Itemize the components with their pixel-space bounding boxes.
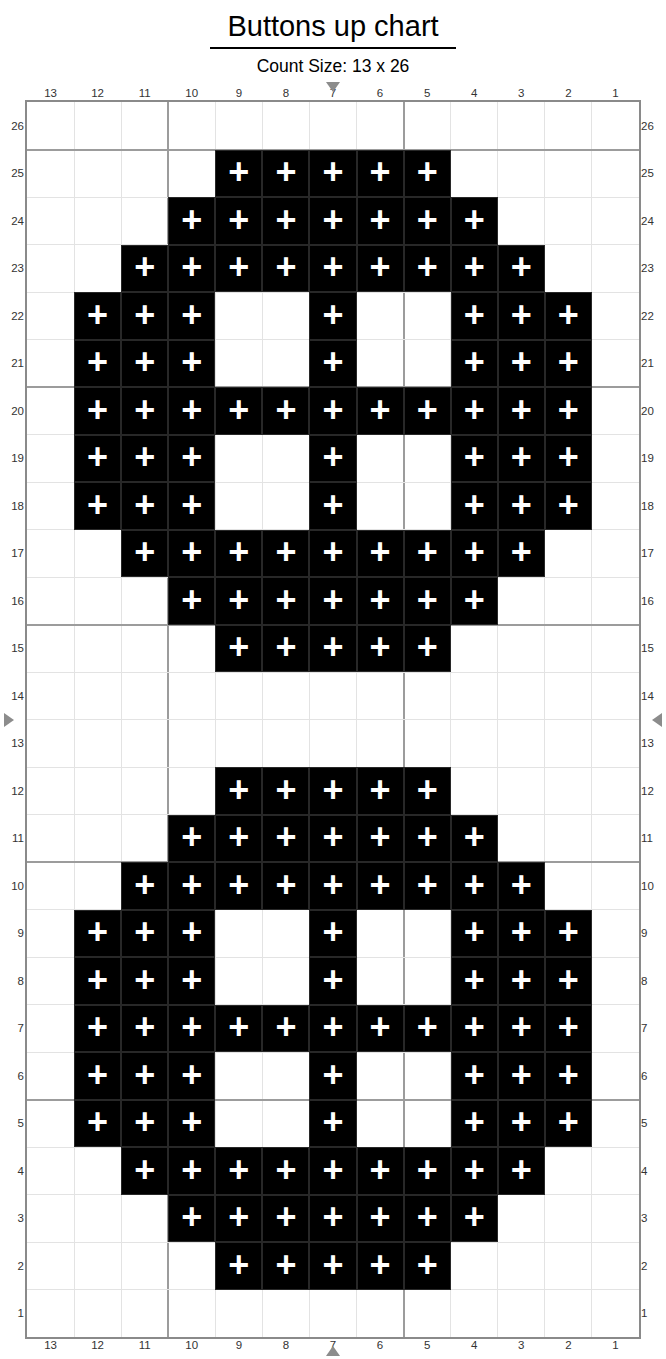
empty-cell-c9-r18 [215,482,262,530]
stitch-cell-c10-r11: + [168,815,215,863]
stitch-cell-c12-r20: + [74,387,121,435]
stitch-cell-c11-r21: + [121,340,168,388]
empty-cell-c6-r13 [357,720,404,768]
empty-cell-c12-r17 [74,530,121,578]
col-label-bottom-9: 9 [215,1338,262,1352]
empty-cell-c12-r14 [74,672,121,720]
empty-cell-c6-r8 [357,957,404,1005]
empty-cell-c4-r1 [451,1290,498,1338]
empty-cell-c12-r1 [74,1290,121,1338]
stitch-symbol: + [228,629,249,665]
row-label-right-15: 15 [641,625,664,673]
stitch-symbol: + [417,582,438,618]
stitch-cell-c7-r16: + [309,577,356,625]
stitch-symbol: + [370,582,391,618]
stitch-chart-grid: ++++++++++++++++++++++++++++++++++++++++… [25,100,641,1339]
stitch-symbol: + [417,202,438,238]
stitch-symbol: + [558,1104,579,1140]
empty-cell-c6-r6 [357,1052,404,1100]
stitch-cell-c2-r8: + [545,957,592,1005]
stitch-cell-c4-r9: + [451,910,498,958]
stitch-symbol: + [87,344,108,380]
stitch-symbol: + [87,297,108,333]
col-label-top-12: 12 [74,86,121,100]
stitch-cell-c7-r2: + [309,1242,356,1290]
empty-cell-c1-r8 [592,957,639,1005]
empty-cell-c1-r17 [592,530,639,578]
col-label-top-9: 9 [215,86,262,100]
stitch-symbol: + [370,154,391,190]
col-label-top-13: 13 [27,86,74,100]
empty-cell-c5-r9 [404,910,451,958]
stitch-symbol: + [181,297,202,333]
row-label-right-7: 7 [641,1005,664,1053]
stitch-symbol: + [370,534,391,570]
stitch-symbol: + [370,202,391,238]
empty-cell-c1-r11 [592,815,639,863]
stitch-symbol: + [464,202,485,238]
stitch-symbol: + [370,249,391,285]
col-label-top-4: 4 [451,86,498,100]
stitch-cell-c4-r10: + [451,862,498,910]
stitch-cell-c5-r15: + [404,625,451,673]
empty-cell-c3-r26 [498,102,545,150]
stitch-cell-c8-r16: + [262,577,309,625]
stitch-cell-c11-r6: + [121,1052,168,1100]
col-label-bottom-2: 2 [545,1338,592,1352]
stitch-symbol: + [275,629,296,665]
stitch-cell-c2-r5: + [545,1100,592,1148]
stitch-cell-c9-r20: + [215,387,262,435]
row-label-left-1: 1 [1,1290,24,1338]
stitch-cell-c11-r19: + [121,435,168,483]
stitch-symbol: + [370,867,391,903]
stitch-cell-c3-r21: + [498,340,545,388]
empty-cell-c8-r19 [262,435,309,483]
empty-cell-c10-r25 [168,150,215,198]
stitch-cell-c2-r21: + [545,340,592,388]
stitch-symbol: + [228,1247,249,1283]
empty-cell-c8-r1 [262,1290,309,1338]
row-label-left-6: 6 [1,1052,24,1100]
empty-cell-c10-r13 [168,720,215,768]
empty-cell-c13-r23 [27,245,74,293]
empty-cell-c8-r22 [262,292,309,340]
stitch-cell-c9-r17: + [215,530,262,578]
stitch-cell-c2-r19: + [545,435,592,483]
empty-cell-c9-r14 [215,672,262,720]
empty-cell-c11-r26 [121,102,168,150]
empty-cell-c4-r13 [451,720,498,768]
empty-cell-c2-r13 [545,720,592,768]
stitch-symbol: + [275,1009,296,1045]
stitch-symbol: + [228,1199,249,1235]
empty-cell-c4-r25 [451,150,498,198]
stitch-cell-c12-r7: + [74,1005,121,1053]
stitch-cell-c4-r22: + [451,292,498,340]
row-label-left-23: 23 [1,245,24,293]
page: Buttons up chart Count Size: 13 x 26 +++… [0,0,666,1359]
stitch-symbol: + [87,914,108,950]
stitch-cell-c11-r5: + [121,1100,168,1148]
stitch-symbol: + [134,914,155,950]
empty-cell-c1-r18 [592,482,639,530]
stitch-symbol: + [134,1152,155,1188]
stitch-cell-c3-r23: + [498,245,545,293]
stitch-cell-c6-r23: + [357,245,404,293]
empty-cell-c5-r22 [404,292,451,340]
empty-cell-c12-r25 [74,150,121,198]
stitch-cell-c11-r8: + [121,957,168,1005]
stitch-symbol: + [322,487,343,523]
stitch-cell-c12-r19: + [74,435,121,483]
stitch-cell-c3-r7: + [498,1005,545,1053]
stitch-symbol: + [464,487,485,523]
stitch-cell-c5-r4: + [404,1147,451,1195]
empty-cell-c13-r4 [27,1147,74,1195]
empty-cell-c8-r21 [262,340,309,388]
empty-cell-c5-r5 [404,1100,451,1148]
stitch-symbol: + [134,297,155,333]
stitch-symbol: + [275,534,296,570]
empty-cell-c1-r22 [592,292,639,340]
stitch-symbol: + [558,487,579,523]
empty-cell-c9-r13 [215,720,262,768]
row-label-right-4: 4 [641,1147,664,1195]
stitch-symbol: + [87,1104,108,1140]
empty-cell-c12-r16 [74,577,121,625]
empty-cell-c1-r24 [592,197,639,245]
stitch-cell-c7-r19: + [309,435,356,483]
empty-cell-c4-r14 [451,672,498,720]
row-label-left-21: 21 [1,340,24,388]
empty-cell-c13-r7 [27,1005,74,1053]
row-label-right-6: 6 [641,1052,664,1100]
stitch-symbol: + [275,1152,296,1188]
stitch-cell-c3-r6: + [498,1052,545,1100]
stitch-symbol: + [322,249,343,285]
stitch-cell-c10-r16: + [168,577,215,625]
empty-cell-c10-r2 [168,1242,215,1290]
stitch-symbol: + [322,1152,343,1188]
empty-cell-c1-r19 [592,435,639,483]
stitch-cell-c8-r20: + [262,387,309,435]
stitch-cell-c5-r20: + [404,387,451,435]
empty-cell-c12-r2 [74,1242,121,1290]
stitch-cell-c11-r20: + [121,387,168,435]
stitch-symbol: + [370,819,391,855]
stitch-symbol: + [275,1199,296,1235]
stitch-cell-c5-r3: + [404,1195,451,1243]
stitch-symbol: + [417,249,438,285]
stitch-symbol: + [322,202,343,238]
row-label-left-22: 22 [1,292,24,340]
stitch-symbol: + [558,439,579,475]
empty-cell-c1-r1 [592,1290,639,1338]
stitch-cell-c10-r4: + [168,1147,215,1195]
empty-cell-c11-r14 [121,672,168,720]
stitch-cell-c8-r15: + [262,625,309,673]
row-label-left-7: 7 [1,1005,24,1053]
empty-cell-c2-r15 [545,625,592,673]
stitch-symbol: + [558,297,579,333]
stitch-symbol: + [558,962,579,998]
stitch-cell-c4-r18: + [451,482,498,530]
stitch-symbol: + [275,1247,296,1283]
empty-cell-c2-r1 [545,1290,592,1338]
stitch-symbol: + [417,1152,438,1188]
empty-cell-c9-r22 [215,292,262,340]
col-label-bottom-1: 1 [592,1338,639,1352]
stitch-cell-c2-r9: + [545,910,592,958]
empty-cell-c10-r14 [168,672,215,720]
page-title-text: Buttons up chart [210,10,455,49]
stitch-cell-c4-r20: + [451,387,498,435]
stitch-cell-c3-r4: + [498,1147,545,1195]
stitch-symbol: + [370,1247,391,1283]
row-label-right-8: 8 [641,957,664,1005]
empty-cell-c10-r1 [168,1290,215,1338]
empty-cell-c2-r11 [545,815,592,863]
stitch-cell-c7-r11: + [309,815,356,863]
stitch-symbol: + [228,154,249,190]
stitch-cell-c3-r9: + [498,910,545,958]
empty-cell-c12-r3 [74,1195,121,1243]
stitch-symbol: + [464,1152,485,1188]
stitch-symbol: + [464,1199,485,1235]
empty-cell-c13-r5 [27,1100,74,1148]
row-label-right-25: 25 [641,150,664,198]
stitch-cell-c4-r21: + [451,340,498,388]
stitch-cell-c10-r23: + [168,245,215,293]
stitch-symbol: + [511,344,532,380]
stitch-cell-c7-r4: + [309,1147,356,1195]
stitch-symbol: + [322,772,343,808]
stitch-cell-c4-r7: + [451,1005,498,1053]
row-label-left-24: 24 [1,197,24,245]
stitch-symbol: + [181,1104,202,1140]
row-label-right-13: 13 [641,720,664,768]
empty-cell-c1-r12 [592,767,639,815]
empty-cell-c6-r1 [357,1290,404,1338]
empty-cell-c13-r11 [27,815,74,863]
empty-cell-c2-r3 [545,1195,592,1243]
row-label-right-24: 24 [641,197,664,245]
stitch-symbol: + [322,582,343,618]
empty-cell-c13-r13 [27,720,74,768]
stitch-cell-c6-r10: + [357,862,404,910]
empty-cell-c8-r18 [262,482,309,530]
row-label-left-16: 16 [1,577,24,625]
stitch-symbol: + [181,344,202,380]
stitch-symbol: + [464,962,485,998]
empty-cell-c5-r13 [404,720,451,768]
empty-cell-c11-r24 [121,197,168,245]
stitch-cell-c10-r20: + [168,387,215,435]
stitch-cell-c9-r3: + [215,1195,262,1243]
stitch-cell-c7-r17: + [309,530,356,578]
stitch-cell-c7-r7: + [309,1005,356,1053]
empty-cell-c3-r25 [498,150,545,198]
empty-cell-c13-r17 [27,530,74,578]
stitch-cell-c4-r16: + [451,577,498,625]
row-label-right-19: 19 [641,435,664,483]
stitch-cell-c2-r22: + [545,292,592,340]
empty-cell-c11-r25 [121,150,168,198]
stitch-symbol: + [464,249,485,285]
row-label-left-25: 25 [1,150,24,198]
col-label-top-11: 11 [121,86,168,100]
empty-cell-c11-r1 [121,1290,168,1338]
stitch-symbol: + [275,202,296,238]
stitch-symbol: + [464,867,485,903]
stitch-symbol: + [322,1009,343,1045]
stitch-cell-c3-r8: + [498,957,545,1005]
stitch-cell-c9-r24: + [215,197,262,245]
stitch-symbol: + [322,439,343,475]
empty-cell-c3-r1 [498,1290,545,1338]
stitch-cell-c3-r10: + [498,862,545,910]
stitch-symbol: + [181,819,202,855]
empty-cell-c13-r15 [27,625,74,673]
col-label-top-1: 1 [592,86,639,100]
empty-cell-c13-r21 [27,340,74,388]
stitch-cell-c7-r21: + [309,340,356,388]
stitch-symbol: + [181,439,202,475]
stitch-symbol: + [511,914,532,950]
stitch-symbol: + [464,1104,485,1140]
stitch-cell-c5-r16: + [404,577,451,625]
empty-cell-c5-r18 [404,482,451,530]
stitch-symbol: + [134,1057,155,1093]
stitch-cell-c7-r22: + [309,292,356,340]
stitch-cell-c6-r7: + [357,1005,404,1053]
empty-cell-c12-r12 [74,767,121,815]
empty-cell-c7-r1 [309,1290,356,1338]
stitch-cell-c2-r20: + [545,387,592,435]
stitch-cell-c9-r11: + [215,815,262,863]
stitch-cell-c10-r7: + [168,1005,215,1053]
stitch-symbol: + [322,534,343,570]
stitch-symbol: + [181,392,202,428]
stitch-cell-c8-r11: + [262,815,309,863]
empty-cell-c12-r15 [74,625,121,673]
stitch-cell-c12-r21: + [74,340,121,388]
row-label-left-8: 8 [1,957,24,1005]
stitch-cell-c7-r8: + [309,957,356,1005]
empty-cell-c7-r14 [309,672,356,720]
stitch-cell-c3-r18: + [498,482,545,530]
stitch-cell-c5-r25: + [404,150,451,198]
stitch-symbol: + [464,297,485,333]
row-label-left-11: 11 [1,815,24,863]
stitch-symbol: + [370,1152,391,1188]
row-label-right-22: 22 [641,292,664,340]
stitch-symbol: + [417,867,438,903]
stitch-symbol: + [134,439,155,475]
stitch-cell-c10-r6: + [168,1052,215,1100]
empty-cell-c1-r15 [592,625,639,673]
empty-cell-c13-r2 [27,1242,74,1290]
stitch-symbol: + [181,914,202,950]
stitch-symbol: + [464,914,485,950]
empty-cell-c13-r22 [27,292,74,340]
center-row-marker-right-icon [652,713,662,727]
stitch-cell-c6-r24: + [357,197,404,245]
center-column-marker-top-icon [326,82,340,92]
empty-cell-c5-r26 [404,102,451,150]
col-label-bottom-13: 13 [27,1338,74,1352]
empty-cell-c2-r4 [545,1147,592,1195]
empty-cell-c4-r15 [451,625,498,673]
row-label-right-2: 2 [641,1242,664,1290]
stitch-cell-c8-r3: + [262,1195,309,1243]
empty-cell-c12-r24 [74,197,121,245]
stitch-symbol: + [275,867,296,903]
stitch-symbol: + [322,914,343,950]
stitch-symbol: + [87,962,108,998]
stitch-symbol: + [228,392,249,428]
stitch-symbol: + [275,154,296,190]
row-label-left-4: 4 [1,1147,24,1195]
empty-cell-c2-r17 [545,530,592,578]
stitch-cell-c7-r20: + [309,387,356,435]
stitch-cell-c5-r2: + [404,1242,451,1290]
stitch-symbol: + [228,1152,249,1188]
empty-cell-c2-r23 [545,245,592,293]
empty-cell-c13-r24 [27,197,74,245]
col-label-bottom-12: 12 [74,1338,121,1352]
col-label-bottom-5: 5 [404,1338,451,1352]
empty-cell-c9-r19 [215,435,262,483]
stitch-symbol: + [134,392,155,428]
col-label-bottom-6: 6 [357,1338,404,1352]
empty-cell-c1-r20 [592,387,639,435]
stitch-symbol: + [228,772,249,808]
row-label-right-17: 17 [641,530,664,578]
empty-cell-c13-r16 [27,577,74,625]
stitch-cell-c7-r23: + [309,245,356,293]
empty-cell-c8-r6 [262,1052,309,1100]
empty-cell-c13-r3 [27,1195,74,1243]
stitch-cell-c8-r24: + [262,197,309,245]
stitch-cell-c11-r22: + [121,292,168,340]
row-label-left-19: 19 [1,435,24,483]
row-label-right-20: 20 [641,387,664,435]
stitch-symbol: + [87,487,108,523]
empty-cell-c7-r26 [309,102,356,150]
stitch-symbol: + [228,249,249,285]
empty-cell-c12-r23 [74,245,121,293]
stitch-symbol: + [464,1057,485,1093]
row-label-right-21: 21 [641,340,664,388]
stitch-symbol: + [464,392,485,428]
col-label-top-2: 2 [545,86,592,100]
stitch-cell-c4-r3: + [451,1195,498,1243]
empty-cell-c9-r6 [215,1052,262,1100]
stitch-cell-c10-r17: + [168,530,215,578]
stitch-cell-c3-r17: + [498,530,545,578]
stitch-symbol: + [511,1152,532,1188]
stitch-symbol: + [181,962,202,998]
empty-cell-c6-r26 [357,102,404,150]
empty-cell-c3-r2 [498,1242,545,1290]
stitch-symbol: + [275,772,296,808]
empty-cell-c11-r13 [121,720,168,768]
empty-cell-c5-r8 [404,957,451,1005]
stitch-cell-c7-r24: + [309,197,356,245]
stitch-symbol: + [558,344,579,380]
